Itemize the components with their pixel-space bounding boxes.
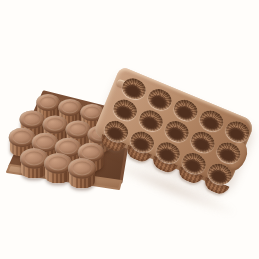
mold-cavity — [214, 139, 244, 167]
mold-cavity — [136, 106, 166, 134]
bump-top — [68, 158, 96, 179]
bump-top — [36, 94, 59, 111]
product-photo — [0, 0, 259, 259]
mold-cavity — [171, 96, 201, 124]
bump-top — [43, 115, 68, 133]
mold-cavity — [110, 96, 140, 124]
mold-cavity — [188, 128, 218, 156]
mold-cavity — [162, 117, 192, 145]
mold-cavity — [197, 107, 227, 135]
mold-cavity — [223, 117, 253, 145]
mold-bump — [68, 158, 96, 191]
bump-top — [58, 99, 81, 116]
bump-top — [20, 110, 45, 128]
mold-cavity — [145, 85, 175, 113]
mold-cavity — [119, 74, 149, 102]
